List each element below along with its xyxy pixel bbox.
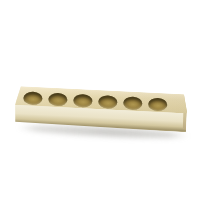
pit-hole-icon [73, 93, 93, 107]
pit-4[interactable] [95, 94, 121, 109]
pit-2[interactable] [45, 91, 71, 106]
pit-5[interactable] [120, 95, 146, 110]
pit-hole-icon [23, 91, 43, 105]
pit-hole-icon [98, 95, 118, 109]
pit-hole-icon [148, 97, 168, 111]
pit-hole-icon [123, 96, 143, 110]
pit-6[interactable] [145, 96, 171, 111]
pit-hole-icon [48, 92, 68, 106]
pit-3[interactable] [70, 93, 96, 108]
pit-1[interactable] [20, 90, 46, 105]
photo-canvas [0, 0, 210, 210]
